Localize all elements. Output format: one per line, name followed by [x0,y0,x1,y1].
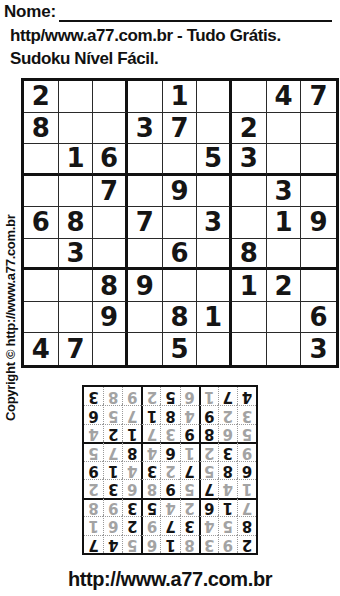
puzzle-cell-r1c4[interactable] [128,81,163,113]
puzzle-cell-r7c6[interactable] [197,270,232,302]
puzzle-cell-r8c9: 6 [301,302,336,334]
solution-cell-r2c3: 4 [199,516,218,534]
solution-cell-r7c4: 9 [180,424,199,442]
solution-cell-r5c1: 6 [237,461,256,479]
solution-cell-r8c8: 5 [103,405,122,423]
puzzle-cell-r6c4[interactable] [128,239,163,271]
solution-cell-r9c5: 5 [160,387,179,405]
puzzle-cell-r2c5: 7 [163,113,198,145]
solution-cell-r2c6: 9 [141,516,160,534]
printable-sudoku-sheet: Nome: http/www.a77.com.br - Tudo Grátis.… [0,0,340,596]
solution-cell-r6c3: 2 [199,442,218,460]
puzzle-cell-r2c3[interactable] [93,113,128,145]
solution-cell-r3c5: 4 [160,498,179,516]
puzzle-cell-r9c4[interactable] [128,333,163,365]
solution-cell-r5c6: 3 [141,461,160,479]
puzzle-cell-r1c3[interactable] [93,81,128,113]
puzzle-cell-r5c3[interactable] [93,207,128,239]
solution-cell-r2c7: 2 [122,516,141,534]
puzzle-cell-r2c7: 2 [232,113,267,145]
solution-cell-r1c8: 4 [103,535,122,553]
puzzle-cell-r3c5[interactable] [163,144,198,176]
puzzle-cell-r2c1: 8 [24,113,59,145]
puzzle-cell-r1c1: 2 [24,81,59,113]
puzzle-cell-r3c7: 3 [232,144,267,176]
solution-cell-r3c8: 9 [103,498,122,516]
puzzle-cell-r2c6[interactable] [197,113,232,145]
solution-cell-r5c3: 5 [199,461,218,479]
puzzle-cell-r1c9: 7 [301,81,336,113]
solution-cell-r8c4: 4 [180,405,199,423]
puzzle-cell-r5c7[interactable] [232,207,267,239]
solution-cell-r1c1: 2 [237,535,256,553]
solution-cell-r9c6: 2 [141,387,160,405]
solution-cell-r7c8: 2 [103,424,122,442]
solution-cell-r8c1: 3 [237,405,256,423]
solution-cell-r1c6: 6 [141,535,160,553]
puzzle-cell-r2c2[interactable] [59,113,94,145]
solution-cell-r3c9: 8 [84,498,103,516]
puzzle-cell-r7c3: 8 [93,270,128,302]
solution-cell-r9c1: 4 [237,387,256,405]
solution-cell-r9c9: 3 [84,387,103,405]
puzzle-cell-r5c1: 6 [24,207,59,239]
puzzle-cell-r6c3[interactable] [93,239,128,271]
solution-cell-r5c2: 8 [218,461,237,479]
solution-cell-r4c9: 2 [84,479,103,497]
puzzle-cell-r8c5: 8 [163,302,198,334]
puzzle-cell-r5c8: 1 [267,207,302,239]
puzzle-cell-r1c6[interactable] [197,81,232,113]
puzzle-cell-r9c7[interactable] [232,333,267,365]
name-label: Nome: [4,2,56,22]
solution-cell-r7c2: 6 [218,424,237,442]
solution-cell-r3c2: 1 [218,498,237,516]
solution-cell-r1c4: 8 [180,535,199,553]
puzzle-cell-r2c4: 3 [128,113,163,145]
solution-cell-r9c4: 6 [180,387,199,405]
solution-cell-r8c9: 6 [84,405,103,423]
puzzle-cell-r1c8: 4 [267,81,302,113]
puzzle-cell-r6c5: 6 [163,239,198,271]
solution-cell-r1c2: 9 [218,535,237,553]
puzzle-cell-r4c4[interactable] [128,176,163,208]
solution-cell-r4c7: 6 [122,479,141,497]
solution-cell-r9c2: 7 [218,387,237,405]
puzzle-cell-r8c1[interactable] [24,302,59,334]
puzzle-cell-r4c8: 3 [267,176,302,208]
solution-cell-r7c7: 1 [122,424,141,442]
puzzle-cell-r8c6: 1 [197,302,232,334]
sudoku-puzzle-grid: 214783721653793687319368891298164753 [21,78,339,368]
solution-cell-r7c3: 8 [199,424,218,442]
puzzle-cell-r1c7[interactable] [232,81,267,113]
solution-cell-r6c6: 4 [141,442,160,460]
solution-cell-r6c5: 6 [160,442,179,460]
puzzle-cell-r4c1[interactable] [24,176,59,208]
puzzle-cell-r8c2[interactable] [59,302,94,334]
puzzle-cell-r5c6: 3 [197,207,232,239]
solution-cell-r6c8: 7 [103,442,122,460]
solution-cell-r8c3: 9 [199,405,218,423]
solution-cell-r6c1: 9 [237,442,256,460]
solution-cell-r4c6: 8 [141,479,160,497]
puzzle-cell-r8c7[interactable] [232,302,267,334]
solution-cell-r9c7: 9 [122,387,141,405]
puzzle-cell-r2c9[interactable] [301,113,336,145]
puzzle-cell-r6c7: 8 [232,239,267,271]
puzzle-cell-r8c3: 9 [93,302,128,334]
footer-url: http://www.a77.com.br [0,568,340,591]
puzzle-cell-r6c1[interactable] [24,239,59,271]
puzzle-cell-r1c2[interactable] [59,81,94,113]
solution-cell-r1c3: 3 [199,535,218,553]
puzzle-cell-r3c9[interactable] [301,144,336,176]
solution-cell-r4c5: 9 [160,479,179,497]
solution-cell-r4c3: 7 [199,479,218,497]
site-title: http/www.a77.com.br - Tudo Grátis. [10,26,281,46]
solution-cell-r5c7: 4 [122,461,141,479]
solution-cell-r7c6: 7 [141,424,160,442]
solution-cell-r7c9: 4 [84,424,103,442]
solution-cell-r6c4: 1 [180,442,199,460]
solution-cell-r5c4: 7 [180,461,199,479]
solution-cell-r5c5: 2 [160,461,179,479]
puzzle-cell-r5c4: 7 [128,207,163,239]
puzzle-cell-r7c2[interactable] [59,270,94,302]
solution-cell-r2c9: 1 [84,516,103,534]
solution-cell-r3c7: 3 [122,498,141,516]
puzzle-cell-r9c3[interactable] [93,333,128,365]
puzzle-cell-r3c4[interactable] [128,144,163,176]
copyright-vertical-text: Copyright © http://www.a77.com.br [3,81,18,421]
puzzle-cell-r4c6[interactable] [197,176,232,208]
solution-cell-r2c2: 5 [218,516,237,534]
puzzle-cell-r6c2: 3 [59,239,94,271]
solution-cell-r6c7: 8 [122,442,141,460]
puzzle-cell-r3c3: 6 [93,144,128,176]
puzzle-cell-r4c2[interactable] [59,176,94,208]
puzzle-cell-r7c1[interactable] [24,270,59,302]
solution-cell-r1c7: 5 [122,535,141,553]
solution-cell-r5c9: 9 [84,461,103,479]
puzzle-cell-r9c1: 4 [24,333,59,365]
name-fill-in-line[interactable] [59,6,332,22]
solution-cell-r6c9: 5 [84,442,103,460]
puzzle-cell-r2c8[interactable] [267,113,302,145]
solution-cell-r7c1: 5 [237,424,256,442]
puzzle-cell-r7c5[interactable] [163,270,198,302]
solution-cell-r8c2: 2 [218,405,237,423]
solution-cell-r5c8: 1 [103,461,122,479]
puzzle-cell-r5c5[interactable] [163,207,198,239]
solution-cell-r8c5: 8 [160,405,179,423]
puzzle-cell-r3c1[interactable] [24,144,59,176]
solution-cell-r3c6: 5 [141,498,160,516]
puzzle-cell-r5c9: 9 [301,207,336,239]
puzzle-cell-r4c5: 9 [163,176,198,208]
solution-cell-r2c1: 8 [237,516,256,534]
puzzle-cell-r4c7[interactable] [232,176,267,208]
puzzle-cell-r9c6[interactable] [197,333,232,365]
puzzle-cell-r7c8: 2 [267,270,302,302]
solution-cell-r3c4: 2 [180,498,199,516]
puzzle-cell-r9c2: 7 [59,333,94,365]
solution-cell-r6c2: 3 [218,442,237,460]
puzzle-cell-r3c8[interactable] [267,144,302,176]
puzzle-cell-r9c8[interactable] [267,333,302,365]
puzzle-cell-r3c2: 1 [59,144,94,176]
solution-cell-r4c2: 4 [218,479,237,497]
puzzle-cell-r1c5: 1 [163,81,198,113]
solution-cell-r3c3: 6 [199,498,218,516]
puzzle-cell-r4c9[interactable] [301,176,336,208]
solution-cell-r2c5: 7 [160,516,179,534]
puzzle-cell-r7c4: 9 [128,270,163,302]
puzzle-cell-r9c5: 5 [163,333,198,365]
puzzle-cell-r6c8[interactable] [267,239,302,271]
solution-cell-r8c6: 1 [141,405,160,423]
puzzle-cell-r5c2: 8 [59,207,94,239]
puzzle-cell-r7c7: 1 [232,270,267,302]
puzzle-cell-r4c3: 7 [93,176,128,208]
solution-cell-r4c1: 1 [237,479,256,497]
name-field-row: Nome: [4,2,332,22]
solution-cell-r8c7: 7 [122,405,141,423]
puzzle-cell-r8c4[interactable] [128,302,163,334]
puzzle-cell-r7c9[interactable] [301,270,336,302]
solution-cell-r4c4: 5 [180,479,199,497]
solution-cell-r1c5: 1 [160,535,179,553]
solution-cell-r2c8: 6 [103,516,122,534]
puzzle-cell-r9c9: 3 [301,333,336,365]
solution-cell-r2c4: 3 [180,516,199,534]
puzzle-cell-r6c9[interactable] [301,239,336,271]
solution-cell-r3c1: 7 [237,498,256,516]
solution-cell-r9c3: 1 [199,387,218,405]
puzzle-cell-r3c6: 5 [197,144,232,176]
solution-cell-r9c8: 8 [103,387,122,405]
solution-cell-r7c5: 3 [160,424,179,442]
solution-cell-r4c8: 3 [103,479,122,497]
solution-cell-r1c9: 7 [84,535,103,553]
puzzle-cell-r8c8[interactable] [267,302,302,334]
puzzle-difficulty-title: Sudoku Nível Fácil. [10,49,158,69]
puzzle-cell-r6c6[interactable] [197,239,232,271]
sudoku-solution-grid-rotated: 2938165478543792617162453981475986326857… [82,385,258,555]
